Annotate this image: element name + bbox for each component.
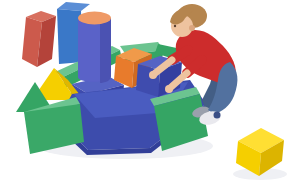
child-eye [174, 25, 176, 27]
purple-cylinder-block [78, 12, 111, 84]
child-shoe-accent [214, 112, 221, 119]
child-ear [189, 25, 195, 31]
product-photo-soft-play-blocks [0, 0, 290, 188]
child-hand-a [149, 71, 157, 79]
red-rectangle-block [22, 11, 56, 67]
scene [0, 0, 290, 188]
child-hand-b [165, 85, 173, 93]
cylinder-shade [100, 18, 111, 83]
cylinder-top [78, 12, 111, 25]
